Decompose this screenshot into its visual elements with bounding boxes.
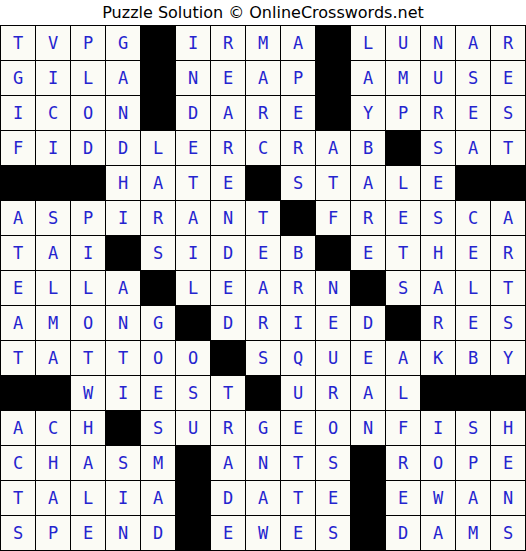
grid-cell-r3c2: C: [36, 96, 70, 130]
grid-cell-r9c3: O: [71, 306, 105, 340]
grid-cell-r7c12: T: [386, 236, 420, 270]
grid-cell-r6c12: E: [386, 201, 420, 235]
grid-cell-r12c13: I: [421, 411, 455, 445]
block-cell-r14c11: [351, 481, 385, 515]
grid-cell-r3c12: P: [386, 96, 420, 130]
grid-cell-r7c13: H: [421, 236, 455, 270]
grid-cell-r14c4: I: [106, 481, 140, 515]
block-cell-r9c6: [176, 306, 210, 340]
grid-cell-r13c12: R: [386, 446, 420, 480]
grid-cell-r13c10: S: [316, 446, 350, 480]
grid-cell-r9c1: A: [1, 306, 35, 340]
grid-cell-r5c9: S: [281, 166, 315, 200]
grid-cell-r8c10: N: [316, 271, 350, 305]
grid-cell-r9c14: E: [456, 306, 490, 340]
block-cell-r14c6: [176, 481, 210, 515]
block-cell-r5c15: [491, 166, 525, 200]
block-cell-r8c11: [351, 271, 385, 305]
grid-cell-r6c8: T: [246, 201, 280, 235]
grid-cell-r5c12: L: [386, 166, 420, 200]
grid-cell-r12c8: G: [246, 411, 280, 445]
grid-cell-r12c12: F: [386, 411, 420, 445]
grid-cell-r4c7: R: [211, 131, 245, 165]
grid-cell-r4c10: A: [316, 131, 350, 165]
grid-cell-r2c8: A: [246, 61, 280, 95]
grid-cell-r8c14: L: [456, 271, 490, 305]
grid-cell-r15c14: M: [456, 516, 490, 550]
block-cell-r5c14: [456, 166, 490, 200]
grid-cell-r7c15: R: [491, 236, 525, 270]
grid-cell-r1c3: P: [71, 26, 105, 60]
grid-cell-r14c8: A: [246, 481, 280, 515]
grid-cell-r8c6: L: [176, 271, 210, 305]
grid-cell-r10c5: O: [141, 341, 175, 375]
grid-cell-r11c11: A: [351, 376, 385, 410]
grid-cell-r3c1: I: [1, 96, 35, 130]
grid-cell-r15c15: S: [491, 516, 525, 550]
block-cell-r7c10: [316, 236, 350, 270]
grid-cell-r12c5: S: [141, 411, 175, 445]
grid-cell-r5c6: T: [176, 166, 210, 200]
block-cell-r11c13: [421, 376, 455, 410]
grid-cell-r9c4: N: [106, 306, 140, 340]
grid-cell-r12c15: H: [491, 411, 525, 445]
block-cell-r1c5: [141, 26, 175, 60]
grid-cell-r12c2: C: [36, 411, 70, 445]
grid-cell-r8c15: T: [491, 271, 525, 305]
grid-cell-r13c9: T: [281, 446, 315, 480]
grid-cell-r9c8: R: [246, 306, 280, 340]
grid-cell-r11c3: W: [71, 376, 105, 410]
block-cell-r5c1: [1, 166, 35, 200]
grid-cell-r7c14: E: [456, 236, 490, 270]
grid-cell-r15c8: W: [246, 516, 280, 550]
grid-cell-r15c7: E: [211, 516, 245, 550]
grid-cell-r14c7: D: [211, 481, 245, 515]
grid-cell-r13c8: N: [246, 446, 280, 480]
grid-cell-r12c6: U: [176, 411, 210, 445]
block-cell-r13c11: [351, 446, 385, 480]
grid-cell-r4c15: T: [491, 131, 525, 165]
grid-cell-r4c2: I: [36, 131, 70, 165]
grid-cell-r3c13: R: [421, 96, 455, 130]
block-cell-r10c7: [211, 341, 245, 375]
grid-cell-r15c2: P: [36, 516, 70, 550]
title-bar: Puzzle Solution © OnlineCrosswords.net: [0, 0, 526, 25]
grid-cell-r12c10: O: [316, 411, 350, 445]
block-cell-r7c4: [106, 236, 140, 270]
grid-cell-r4c1: F: [1, 131, 35, 165]
grid-cell-r3c7: A: [211, 96, 245, 130]
grid-cell-r15c3: E: [71, 516, 105, 550]
block-cell-r11c1: [1, 376, 35, 410]
grid-cell-r15c9: E: [281, 516, 315, 550]
block-cell-r12c4: [106, 411, 140, 445]
block-cell-r4c12: [386, 131, 420, 165]
grid-cell-r8c7: E: [211, 271, 245, 305]
grid-cell-r8c2: L: [36, 271, 70, 305]
grid-cell-r1c11: L: [351, 26, 385, 60]
grid-cell-r4c5: L: [141, 131, 175, 165]
grid-cell-r10c1: T: [1, 341, 35, 375]
grid-cell-r13c5: M: [141, 446, 175, 480]
grid-cell-r13c14: P: [456, 446, 490, 480]
grid-cell-r1c6: I: [176, 26, 210, 60]
grid-cell-r14c10: E: [316, 481, 350, 515]
grid-cell-r12c11: N: [351, 411, 385, 445]
block-cell-r5c8: [246, 166, 280, 200]
grid-cell-r9c10: E: [316, 306, 350, 340]
grid-cell-r2c6: N: [176, 61, 210, 95]
grid-cell-r11c6: S: [176, 376, 210, 410]
grid-cell-r6c15: A: [491, 201, 525, 235]
block-cell-r11c15: [491, 376, 525, 410]
grid-cell-r2c14: S: [456, 61, 490, 95]
grid-cell-r10c11: E: [351, 341, 385, 375]
grid-cell-r14c15: N: [491, 481, 525, 515]
grid-cell-r5c7: E: [211, 166, 245, 200]
grid-cell-r4c14: A: [456, 131, 490, 165]
grid-cell-r5c13: E: [421, 166, 455, 200]
grid-cell-r5c11: A: [351, 166, 385, 200]
grid-cell-r13c13: O: [421, 446, 455, 480]
grid-cell-r6c10: F: [316, 201, 350, 235]
grid-cell-r11c9: U: [281, 376, 315, 410]
grid-cell-r3c9: E: [281, 96, 315, 130]
grid-cell-r14c2: A: [36, 481, 70, 515]
grid-cell-r14c12: E: [386, 481, 420, 515]
grid-cell-r1c12: U: [386, 26, 420, 60]
grid-cell-r7c1: T: [1, 236, 35, 270]
grid-cell-r4c13: S: [421, 131, 455, 165]
grid-cell-r8c4: A: [106, 271, 140, 305]
block-cell-r13c6: [176, 446, 210, 480]
grid-cell-r6c1: A: [1, 201, 35, 235]
block-cell-r11c14: [456, 376, 490, 410]
grid-cell-r1c8: M: [246, 26, 280, 60]
grid-cell-r4c3: D: [71, 131, 105, 165]
grid-cell-r11c4: I: [106, 376, 140, 410]
grid-cell-r7c6: I: [176, 236, 210, 270]
page-title: Puzzle Solution © OnlineCrosswords.net: [102, 3, 424, 22]
grid-cell-r3c6: D: [176, 96, 210, 130]
grid-cell-r2c2: I: [36, 61, 70, 95]
grid-cell-r13c7: A: [211, 446, 245, 480]
grid-cell-r7c2: A: [36, 236, 70, 270]
grid-cell-r15c13: A: [421, 516, 455, 550]
grid-cell-r10c6: O: [176, 341, 210, 375]
grid-cell-r2c7: E: [211, 61, 245, 95]
grid-cell-r10c14: B: [456, 341, 490, 375]
grid-cell-r12c9: E: [281, 411, 315, 445]
grid-cell-r1c14: A: [456, 26, 490, 60]
grid-cell-r6c11: R: [351, 201, 385, 235]
grid-cell-r10c2: A: [36, 341, 70, 375]
grid-cell-r9c15: S: [491, 306, 525, 340]
grid-cell-r15c4: N: [106, 516, 140, 550]
grid-cell-r11c12: L: [386, 376, 420, 410]
grid-cell-r8c9: R: [281, 271, 315, 305]
block-cell-r15c11: [351, 516, 385, 550]
grid-cell-r9c9: I: [281, 306, 315, 340]
grid-cell-r2c1: G: [1, 61, 35, 95]
block-cell-r5c3: [71, 166, 105, 200]
grid-cell-r11c5: E: [141, 376, 175, 410]
grid-cell-r9c5: G: [141, 306, 175, 340]
grid-cell-r4c11: B: [351, 131, 385, 165]
grid-cell-r9c2: M: [36, 306, 70, 340]
block-cell-r1c10: [316, 26, 350, 60]
grid-cell-r8c3: L: [71, 271, 105, 305]
grid-cell-r7c9: B: [281, 236, 315, 270]
grid-cell-r7c5: S: [141, 236, 175, 270]
grid-cell-r13c2: H: [36, 446, 70, 480]
grid-cell-r12c1: A: [1, 411, 35, 445]
block-cell-r3c10: [316, 96, 350, 130]
grid-cell-r8c12: S: [386, 271, 420, 305]
grid-cell-r11c10: R: [316, 376, 350, 410]
grid-cell-r2c9: P: [281, 61, 315, 95]
grid-cell-r2c15: E: [491, 61, 525, 95]
grid-cell-r1c9: A: [281, 26, 315, 60]
grid-cell-r13c4: S: [106, 446, 140, 480]
grid-cell-r9c11: D: [351, 306, 385, 340]
grid-cell-r8c1: E: [1, 271, 35, 305]
grid-cell-r1c15: R: [491, 26, 525, 60]
grid-cell-r14c9: T: [281, 481, 315, 515]
grid-cell-r10c8: S: [246, 341, 280, 375]
grid-cell-r7c3: I: [71, 236, 105, 270]
block-cell-r6c9: [281, 201, 315, 235]
grid-cell-r10c9: Q: [281, 341, 315, 375]
grid-cell-r7c8: E: [246, 236, 280, 270]
grid-cell-r11c7: T: [211, 376, 245, 410]
grid-cell-r2c12: M: [386, 61, 420, 95]
grid-cell-r4c8: C: [246, 131, 280, 165]
grid-cell-r2c11: A: [351, 61, 385, 95]
block-cell-r15c6: [176, 516, 210, 550]
grid-cell-r8c13: A: [421, 271, 455, 305]
grid-cell-r10c10: U: [316, 341, 350, 375]
grid-cell-r4c9: R: [281, 131, 315, 165]
grid-cell-r6c4: I: [106, 201, 140, 235]
grid-cell-r14c13: W: [421, 481, 455, 515]
grid-cell-r14c1: T: [1, 481, 35, 515]
grid-cell-r14c14: A: [456, 481, 490, 515]
grid-cell-r10c12: A: [386, 341, 420, 375]
grid-cell-r2c4: A: [106, 61, 140, 95]
grid-cell-r4c4: D: [106, 131, 140, 165]
grid-cell-r13c1: C: [1, 446, 35, 480]
block-cell-r11c2: [36, 376, 70, 410]
grid-cell-r6c5: R: [141, 201, 175, 235]
grid-cell-r15c12: D: [386, 516, 420, 550]
grid-cell-r1c13: N: [421, 26, 455, 60]
grid-cell-r12c14: S: [456, 411, 490, 445]
block-cell-r5c2: [36, 166, 70, 200]
block-cell-r8c5: [141, 271, 175, 305]
grid-cell-r1c2: V: [36, 26, 70, 60]
grid-cell-r15c10: S: [316, 516, 350, 550]
block-cell-r11c8: [246, 376, 280, 410]
grid-cell-r5c5: A: [141, 166, 175, 200]
grid-cell-r10c4: T: [106, 341, 140, 375]
crossword-grid: TVPGIRMALUNARGILANEAPAMUSEICONDAREYPRESF…: [0, 25, 526, 551]
grid-cell-r7c11: E: [351, 236, 385, 270]
grid-cell-r3c4: N: [106, 96, 140, 130]
block-cell-r3c5: [141, 96, 175, 130]
grid-cell-r3c14: E: [456, 96, 490, 130]
grid-cell-r9c13: R: [421, 306, 455, 340]
grid-cell-r2c13: U: [421, 61, 455, 95]
grid-cell-r5c10: T: [316, 166, 350, 200]
grid-cell-r12c3: H: [71, 411, 105, 445]
grid-cell-r10c15: Y: [491, 341, 525, 375]
grid-cell-r13c3: A: [71, 446, 105, 480]
grid-cell-r7c7: D: [211, 236, 245, 270]
grid-cell-r9c7: D: [211, 306, 245, 340]
grid-cell-r2c3: L: [71, 61, 105, 95]
grid-cell-r1c7: R: [211, 26, 245, 60]
grid-cell-r4c6: E: [176, 131, 210, 165]
grid-cell-r1c4: G: [106, 26, 140, 60]
grid-cell-r6c13: S: [421, 201, 455, 235]
block-cell-r9c12: [386, 306, 420, 340]
grid-cell-r10c13: K: [421, 341, 455, 375]
grid-cell-r3c11: Y: [351, 96, 385, 130]
grid-cell-r6c7: N: [211, 201, 245, 235]
grid-cell-r15c1: S: [1, 516, 35, 550]
grid-cell-r10c3: T: [71, 341, 105, 375]
grid-cell-r14c5: A: [141, 481, 175, 515]
grid-cell-r8c8: A: [246, 271, 280, 305]
grid-cell-r6c3: P: [71, 201, 105, 235]
grid-cell-r1c1: T: [1, 26, 35, 60]
grid-cell-r14c3: L: [71, 481, 105, 515]
block-cell-r2c5: [141, 61, 175, 95]
grid-cell-r6c14: C: [456, 201, 490, 235]
grid-cell-r13c15: E: [491, 446, 525, 480]
grid-cell-r5c4: H: [106, 166, 140, 200]
grid-cell-r15c5: D: [141, 516, 175, 550]
grid-cell-r6c6: A: [176, 201, 210, 235]
grid-cell-r3c8: R: [246, 96, 280, 130]
grid-cell-r6c2: S: [36, 201, 70, 235]
grid-cell-r3c15: S: [491, 96, 525, 130]
grid-cell-r12c7: R: [211, 411, 245, 445]
grid-cell-r3c3: O: [71, 96, 105, 130]
block-cell-r2c10: [316, 61, 350, 95]
